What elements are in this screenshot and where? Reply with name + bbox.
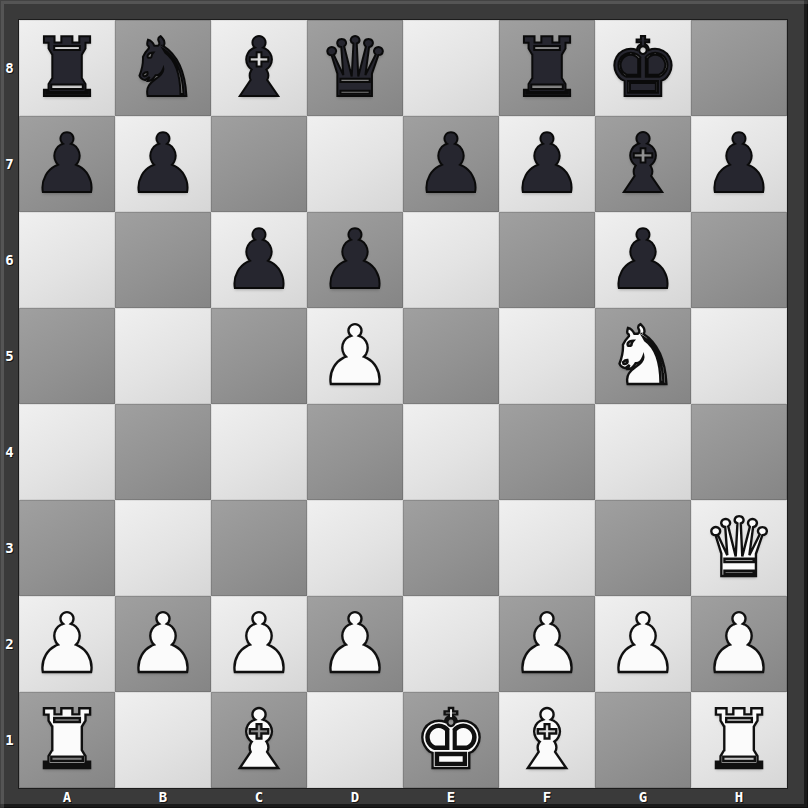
square-c6[interactable]: ♟ <box>211 212 307 308</box>
square-h6[interactable] <box>691 212 787 308</box>
square-h4[interactable] <box>691 404 787 500</box>
white-queen-h3[interactable]: ♛ <box>702 500 776 596</box>
black-queen-d8[interactable]: ♛ <box>318 20 392 116</box>
square-c8[interactable]: ♝ <box>211 20 307 116</box>
square-d5[interactable]: ♟ <box>307 308 403 404</box>
square-c4[interactable] <box>211 404 307 500</box>
square-f8[interactable]: ♜ <box>499 20 595 116</box>
black-bishop-c8[interactable]: ♝ <box>222 20 296 116</box>
white-pawn-g2[interactable]: ♟ <box>606 596 680 692</box>
chess-board[interactable]: ♜♞♝♛♜♚♟♟♟♟♝♟♟♟♟♟♞♛♟♟♟♟♟♟♟♜♝♚♝♜ <box>19 20 787 788</box>
file-labels: ABCDEFGH <box>19 788 787 808</box>
rank-label-7: 7 <box>0 116 19 212</box>
square-h3[interactable]: ♛ <box>691 500 787 596</box>
square-e6[interactable] <box>403 212 499 308</box>
square-d6[interactable]: ♟ <box>307 212 403 308</box>
file-label-e: E <box>403 788 499 808</box>
rank-label-4: 4 <box>0 404 19 500</box>
square-b7[interactable]: ♟ <box>115 116 211 212</box>
square-f6[interactable] <box>499 212 595 308</box>
black-king-g8[interactable]: ♚ <box>606 20 680 116</box>
black-bishop-g7[interactable]: ♝ <box>606 116 680 212</box>
rank-label-2: 2 <box>0 596 19 692</box>
square-c2[interactable]: ♟ <box>211 596 307 692</box>
square-c3[interactable] <box>211 500 307 596</box>
square-b3[interactable] <box>115 500 211 596</box>
square-b4[interactable] <box>115 404 211 500</box>
square-d1[interactable] <box>307 692 403 788</box>
square-h8[interactable] <box>691 20 787 116</box>
square-e2[interactable] <box>403 596 499 692</box>
square-g1[interactable] <box>595 692 691 788</box>
white-bishop-c1[interactable]: ♝ <box>222 692 296 788</box>
square-b1[interactable] <box>115 692 211 788</box>
black-pawn-h7[interactable]: ♟ <box>702 116 776 212</box>
white-knight-g5[interactable]: ♞ <box>606 308 680 404</box>
white-pawn-h2[interactable]: ♟ <box>702 596 776 692</box>
white-pawn-c2[interactable]: ♟ <box>222 596 296 692</box>
black-pawn-g6[interactable]: ♟ <box>606 212 680 308</box>
square-g3[interactable] <box>595 500 691 596</box>
file-label-d: D <box>307 788 403 808</box>
square-b5[interactable] <box>115 308 211 404</box>
file-label-h: H <box>691 788 787 808</box>
square-h5[interactable] <box>691 308 787 404</box>
black-rook-a8[interactable]: ♜ <box>30 20 104 116</box>
square-f4[interactable] <box>499 404 595 500</box>
square-e5[interactable] <box>403 308 499 404</box>
square-a3[interactable] <box>19 500 115 596</box>
square-a6[interactable] <box>19 212 115 308</box>
white-pawn-a2[interactable]: ♟ <box>30 596 104 692</box>
file-label-a: A <box>19 788 115 808</box>
square-a1[interactable]: ♜ <box>19 692 115 788</box>
square-a7[interactable]: ♟ <box>19 116 115 212</box>
white-rook-h1[interactable]: ♜ <box>702 692 776 788</box>
square-f7[interactable]: ♟ <box>499 116 595 212</box>
square-g2[interactable]: ♟ <box>595 596 691 692</box>
square-h1[interactable]: ♜ <box>691 692 787 788</box>
black-pawn-e7[interactable]: ♟ <box>414 116 488 212</box>
file-label-b: B <box>115 788 211 808</box>
square-d7[interactable] <box>307 116 403 212</box>
white-pawn-f2[interactable]: ♟ <box>510 596 584 692</box>
white-rook-a1[interactable]: ♜ <box>30 692 104 788</box>
black-pawn-b7[interactable]: ♟ <box>126 116 200 212</box>
square-e3[interactable] <box>403 500 499 596</box>
square-a5[interactable] <box>19 308 115 404</box>
square-f2[interactable]: ♟ <box>499 596 595 692</box>
chess-board-frame: ♜♞♝♛♜♚♟♟♟♟♝♟♟♟♟♟♞♛♟♟♟♟♟♟♟♜♝♚♝♜ 87654321 … <box>0 0 808 808</box>
square-a4[interactable] <box>19 404 115 500</box>
square-c1[interactable]: ♝ <box>211 692 307 788</box>
square-e8[interactable] <box>403 20 499 116</box>
rank-label-8: 8 <box>0 20 19 116</box>
square-d4[interactable] <box>307 404 403 500</box>
square-c7[interactable] <box>211 116 307 212</box>
square-g5[interactable]: ♞ <box>595 308 691 404</box>
black-knight-b8[interactable]: ♞ <box>126 20 200 116</box>
white-king-e1[interactable]: ♚ <box>414 692 488 788</box>
square-g8[interactable]: ♚ <box>595 20 691 116</box>
white-bishop-f1[interactable]: ♝ <box>510 692 584 788</box>
square-e1[interactable]: ♚ <box>403 692 499 788</box>
white-pawn-d2[interactable]: ♟ <box>318 596 392 692</box>
square-h2[interactable]: ♟ <box>691 596 787 692</box>
file-label-c: C <box>211 788 307 808</box>
black-pawn-a7[interactable]: ♟ <box>30 116 104 212</box>
square-g7[interactable]: ♝ <box>595 116 691 212</box>
square-g6[interactable]: ♟ <box>595 212 691 308</box>
square-c5[interactable] <box>211 308 307 404</box>
rank-label-1: 1 <box>0 692 19 788</box>
square-f1[interactable]: ♝ <box>499 692 595 788</box>
square-b2[interactable]: ♟ <box>115 596 211 692</box>
rank-label-6: 6 <box>0 212 19 308</box>
square-d3[interactable] <box>307 500 403 596</box>
black-rook-f8[interactable]: ♜ <box>510 20 584 116</box>
square-a2[interactable]: ♟ <box>19 596 115 692</box>
black-pawn-f7[interactable]: ♟ <box>510 116 584 212</box>
rank-labels: 87654321 <box>0 20 19 788</box>
file-label-f: F <box>499 788 595 808</box>
square-f5[interactable] <box>499 308 595 404</box>
square-e4[interactable] <box>403 404 499 500</box>
square-a8[interactable]: ♜ <box>19 20 115 116</box>
white-pawn-d5[interactable]: ♟ <box>318 308 392 404</box>
square-g4[interactable] <box>595 404 691 500</box>
square-b6[interactable] <box>115 212 211 308</box>
square-e7[interactable]: ♟ <box>403 116 499 212</box>
square-f3[interactable] <box>499 500 595 596</box>
square-h7[interactable]: ♟ <box>691 116 787 212</box>
black-pawn-c6[interactable]: ♟ <box>222 212 296 308</box>
file-label-g: G <box>595 788 691 808</box>
rank-label-5: 5 <box>0 308 19 404</box>
square-d2[interactable]: ♟ <box>307 596 403 692</box>
square-b8[interactable]: ♞ <box>115 20 211 116</box>
white-pawn-b2[interactable]: ♟ <box>126 596 200 692</box>
square-d8[interactable]: ♛ <box>307 20 403 116</box>
black-pawn-d6[interactable]: ♟ <box>318 212 392 308</box>
rank-label-3: 3 <box>0 500 19 596</box>
